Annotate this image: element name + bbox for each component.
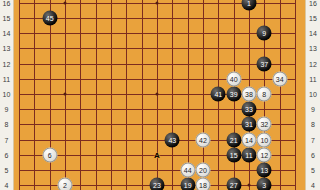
- row-label-7: 7: [306, 136, 320, 143]
- stone-white-14: 14: [241, 132, 256, 147]
- stone-white-12: 12: [257, 147, 272, 162]
- row-label-16: 16: [0, 0, 13, 6]
- stone-white-42: 42: [195, 132, 210, 147]
- row-label-5: 5: [306, 167, 320, 174]
- row-label-12: 12: [306, 60, 320, 67]
- grid-line-horizontal: [19, 79, 296, 80]
- stone-black-23: 23: [149, 178, 164, 190]
- grid-line-horizontal: [19, 33, 296, 34]
- row-label-14: 14: [306, 30, 320, 37]
- row-label-13: 13: [0, 45, 13, 52]
- row-label-4: 4: [306, 182, 320, 189]
- stone-black-31: 31: [241, 117, 256, 132]
- annotation-a: A: [154, 150, 160, 159]
- stone-black-41: 41: [211, 87, 226, 102]
- star-point: [155, 93, 158, 96]
- row-label-10: 10: [0, 91, 13, 98]
- stone-white-2: 2: [57, 178, 72, 190]
- grid-line-horizontal: [19, 64, 296, 65]
- stone-black-3: 3: [257, 178, 272, 190]
- row-label-11: 11: [0, 75, 13, 82]
- star-point: [155, 1, 158, 4]
- stone-white-34: 34: [272, 71, 287, 86]
- grid-line-horizontal: [19, 48, 296, 49]
- row-labels-right: 16151413121110987654: [305, 0, 320, 190]
- stone-white-18: 18: [195, 178, 210, 190]
- stone-white-8: 8: [257, 87, 272, 102]
- stone-white-6: 6: [42, 147, 57, 162]
- row-label-11: 11: [306, 75, 320, 82]
- row-label-14: 14: [0, 30, 13, 37]
- stone-black-45: 45: [42, 10, 57, 25]
- stone-black-19: 19: [180, 178, 195, 190]
- stone-white-32: 32: [257, 117, 272, 132]
- stone-black-37: 37: [257, 56, 272, 71]
- row-label-15: 15: [0, 14, 13, 21]
- go-board[interactable]: 16151413121110987654 1615141312111098765…: [0, 0, 320, 190]
- row-label-13: 13: [306, 45, 320, 52]
- stone-black-21: 21: [226, 132, 241, 147]
- row-label-7: 7: [0, 136, 13, 143]
- stone-black-39: 39: [226, 87, 241, 102]
- stone-white-40: 40: [226, 71, 241, 86]
- row-label-5: 5: [0, 167, 13, 174]
- stone-black-33: 33: [241, 102, 256, 117]
- row-label-6: 6: [0, 151, 13, 158]
- stone-black-15: 15: [226, 147, 241, 162]
- stone-black-13: 13: [257, 163, 272, 178]
- row-label-10: 10: [306, 91, 320, 98]
- stone-black-27: 27: [226, 178, 241, 190]
- row-label-6: 6: [306, 151, 320, 158]
- stone-black-43: 43: [165, 132, 180, 147]
- star-point: [63, 93, 66, 96]
- row-label-4: 4: [0, 182, 13, 189]
- stone-white-10: 10: [257, 132, 272, 147]
- stone-white-20: 20: [195, 163, 210, 178]
- row-label-8: 8: [0, 121, 13, 128]
- grid-line-horizontal: [19, 170, 296, 171]
- stone-black-1: 1: [241, 0, 256, 10]
- row-label-12: 12: [0, 60, 13, 67]
- stone-black-11: 11: [241, 147, 256, 162]
- star-point: [63, 1, 66, 4]
- row-label-16: 16: [306, 0, 320, 6]
- row-label-15: 15: [306, 14, 320, 21]
- grid-line-horizontal: [19, 18, 296, 19]
- stone-white-44: 44: [180, 163, 195, 178]
- stone-black-9: 9: [257, 26, 272, 41]
- stone-white-38: 38: [241, 87, 256, 102]
- row-labels-left: 16151413121110987654: [0, 0, 14, 190]
- star-point: [247, 184, 250, 187]
- row-label-9: 9: [0, 106, 13, 113]
- row-label-8: 8: [306, 121, 320, 128]
- row-label-9: 9: [306, 106, 320, 113]
